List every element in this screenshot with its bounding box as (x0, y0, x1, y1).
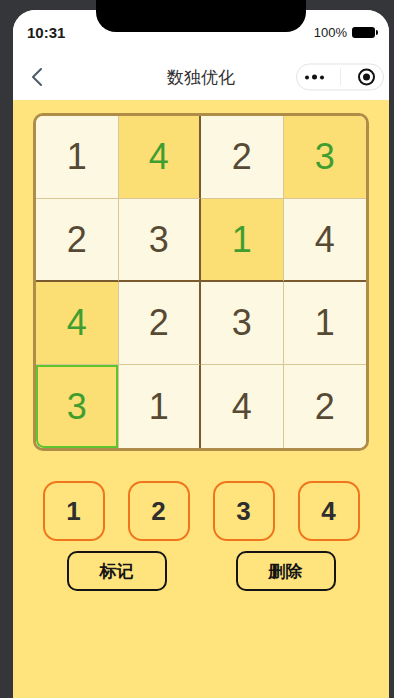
sudoku-cell-r3c3[interactable]: 3 (201, 282, 284, 365)
numpad-button-2[interactable]: 2 (128, 481, 190, 541)
sudoku-cell-r1c3[interactable]: 2 (201, 116, 284, 199)
numpad-button-3[interactable]: 3 (213, 481, 275, 541)
sudoku-cell-r3c2[interactable]: 2 (119, 282, 202, 365)
sudoku-cell-r2c4[interactable]: 4 (284, 199, 367, 282)
action-buttons: 标记 删除 (67, 551, 336, 591)
sudoku-cell-r4c4[interactable]: 2 (284, 365, 367, 448)
sudoku-cell-r1c1[interactable]: 1 (36, 116, 119, 199)
sudoku-cell-r4c2[interactable]: 1 (119, 365, 202, 448)
numpad-button-1[interactable]: 1 (43, 481, 105, 541)
nav-bar: 数独优化 (13, 54, 389, 100)
numpad-button-4[interactable]: 4 (298, 481, 360, 541)
sudoku-cell-r3c1[interactable]: 4 (36, 282, 119, 365)
phone-screen: 10:31 100% 数独优化 1423231442313142 (13, 10, 389, 698)
sudoku-cell-r4c1[interactable]: 3 (36, 365, 119, 448)
game-area: 1423231442313142 1 2 3 4 标记 删除 (13, 100, 389, 698)
sudoku-board: 1423231442313142 (33, 113, 369, 451)
miniprogram-capsule (296, 64, 384, 91)
mark-button[interactable]: 标记 (67, 551, 167, 591)
more-icon[interactable] (305, 75, 324, 80)
sudoku-cell-r1c2[interactable]: 4 (119, 116, 202, 199)
sudoku-cell-r2c3[interactable]: 1 (201, 199, 284, 282)
capsule-divider (340, 69, 341, 86)
status-time: 10:31 (27, 24, 65, 41)
sudoku-cell-r1c4[interactable]: 3 (284, 116, 367, 199)
delete-button[interactable]: 删除 (236, 551, 336, 591)
close-home-icon[interactable] (358, 69, 375, 86)
phone-notch (96, 0, 306, 32)
sudoku-cell-r2c1[interactable]: 2 (36, 199, 119, 282)
battery-icon (352, 27, 378, 38)
sudoku-cell-r2c2[interactable]: 3 (119, 199, 202, 282)
battery-percent-label: 100% (314, 25, 347, 40)
sudoku-cell-r3c4[interactable]: 1 (284, 282, 367, 365)
number-pad: 1 2 3 4 (43, 481, 360, 541)
sudoku-cell-r4c3[interactable]: 4 (201, 365, 284, 448)
